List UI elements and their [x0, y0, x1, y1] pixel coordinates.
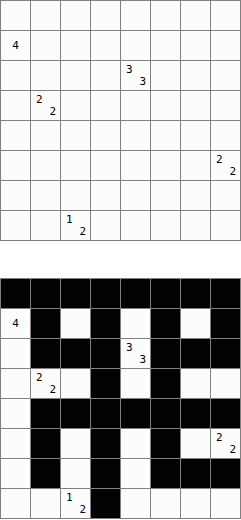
puzzle-cell-r5c0: [1, 151, 31, 181]
puzzle-cell-r4c3: [91, 121, 121, 151]
puzzle-cell-r3c0: [1, 91, 31, 121]
puzzle-cell-r5c3: [91, 151, 121, 181]
solution-cell-r2c3: [91, 339, 121, 369]
puzzle-cell-r3c6: [181, 91, 211, 121]
clue-number: 2: [79, 504, 86, 515]
puzzle-cell-r6c1: [31, 181, 61, 211]
solution-cell-r7c7: [211, 489, 241, 519]
solution-cell-r1c2: [61, 309, 91, 339]
solution-cell-r2c7: [211, 339, 241, 369]
puzzle-cell-r2c3: [91, 61, 121, 91]
puzzle-cell-r0c3: [91, 1, 121, 31]
solution-cell-r5c0: [1, 429, 31, 459]
clue-number: 3: [139, 354, 146, 365]
solution-cell-r2c6: [181, 339, 211, 369]
puzzle-cell-r4c4: [121, 121, 151, 151]
solution-cell-r6c4: [121, 459, 151, 489]
solution-cell-r0c5: [151, 279, 181, 309]
clue-number: 4: [1, 31, 30, 60]
tapa-puzzle-board: 433222212: [0, 0, 241, 241]
puzzle-cell-r0c6: [181, 1, 211, 31]
solution-cell-r6c1: [31, 459, 61, 489]
puzzle-cell-r6c3: [91, 181, 121, 211]
puzzle-cell-r7c1: [31, 211, 61, 241]
solution-cell-r4c1: [31, 399, 61, 429]
puzzle-cell-r4c7: [211, 121, 241, 151]
puzzle-cell-r7c0: [1, 211, 31, 241]
solution-cell-r0c6: [181, 279, 211, 309]
puzzle-cell-r1c3: [91, 31, 121, 61]
solution-cell-r1c6: [181, 309, 211, 339]
puzzle-cell-r3c5: [151, 91, 181, 121]
puzzle-cell-r2c0: [1, 61, 31, 91]
puzzle-cell-r0c5: [151, 1, 181, 31]
solution-cell-r1c7: [211, 309, 241, 339]
puzzle-cell-r0c7: [211, 1, 241, 31]
puzzle-cell-r1c4: [121, 31, 151, 61]
puzzle-cell-r6c2: [61, 181, 91, 211]
puzzle-cell-r3c7: [211, 91, 241, 121]
solution-cell-r7c3: [91, 489, 121, 519]
puzzle-cell-r0c4: [121, 1, 151, 31]
puzzle-cell-r7c2: 12: [61, 211, 91, 241]
puzzle-cell-r2c5: [151, 61, 181, 91]
solution-cell-r2c4: 33: [121, 339, 151, 369]
clue-number: 2: [49, 106, 56, 117]
tapa-page: 433222212 433222212: [0, 0, 241, 520]
clue-number: 4: [1, 309, 30, 338]
puzzle-cell-r3c3: [91, 91, 121, 121]
solution-cell-r7c4: [121, 489, 151, 519]
puzzle-cell-r0c1: [31, 1, 61, 31]
solution-cell-r1c1: [31, 309, 61, 339]
clue-number: 2: [49, 384, 56, 395]
solution-cell-r7c0: [1, 489, 31, 519]
puzzle-cell-r2c2: [61, 61, 91, 91]
solution-cell-r5c7: 22: [211, 429, 241, 459]
solution-cell-r0c7: [211, 279, 241, 309]
clue-number: 2: [36, 94, 43, 105]
puzzle-cell-r7c5: [151, 211, 181, 241]
clue-number: 1: [66, 214, 73, 225]
puzzle-cell-r0c0: [1, 1, 31, 31]
puzzle-cell-r7c4: [121, 211, 151, 241]
puzzle-cell-r3c1: 22: [31, 91, 61, 121]
solution-cell-r0c4: [121, 279, 151, 309]
solution-cell-r2c1: [31, 339, 61, 369]
solution-cell-r4c5: [151, 399, 181, 429]
solution-cell-r1c4: [121, 309, 151, 339]
puzzle-cell-r2c1: [31, 61, 61, 91]
solution-cell-r6c5: [151, 459, 181, 489]
solution-cell-r4c2: [61, 399, 91, 429]
puzzle-cell-r1c0: 4: [1, 31, 31, 61]
solution-cell-r3c2: [61, 369, 91, 399]
puzzle-cell-r5c4: [121, 151, 151, 181]
puzzle-cell-r4c5: [151, 121, 181, 151]
puzzle-cell-r6c7: [211, 181, 241, 211]
tapa-solution-board: 433222212: [0, 278, 241, 519]
clue-number: 2: [216, 432, 223, 443]
solution-cell-r7c6: [181, 489, 211, 519]
puzzle-cell-r5c1: [31, 151, 61, 181]
clue-number: 3: [139, 76, 146, 87]
puzzle-cell-r4c0: [1, 121, 31, 151]
solution-cell-r2c2: [61, 339, 91, 369]
puzzle-cell-r3c2: [61, 91, 91, 121]
solution-cell-r6c7: [211, 459, 241, 489]
solution-cell-r3c1: 22: [31, 369, 61, 399]
clue-number: 3: [126, 64, 133, 75]
puzzle-cell-r4c1: [31, 121, 61, 151]
clue-number: 3: [126, 342, 133, 353]
solution-cell-r2c0: [1, 339, 31, 369]
solution-cell-r6c6: [181, 459, 211, 489]
solution-cell-r3c4: [121, 369, 151, 399]
solution-cell-r6c2: [61, 459, 91, 489]
solution-cell-r5c4: [121, 429, 151, 459]
puzzle-cell-r6c5: [151, 181, 181, 211]
puzzle-cell-r1c2: [61, 31, 91, 61]
puzzle-cell-r4c6: [181, 121, 211, 151]
solution-cell-r7c5: [151, 489, 181, 519]
puzzle-cell-r1c7: [211, 31, 241, 61]
solution-cell-r4c3: [91, 399, 121, 429]
solution-cell-r5c3: [91, 429, 121, 459]
solution-cell-r4c6: [181, 399, 211, 429]
solution-cell-r0c0: [1, 279, 31, 309]
solution-cell-r5c6: [181, 429, 211, 459]
puzzle-cell-r2c6: [181, 61, 211, 91]
solution-cell-r4c7: [211, 399, 241, 429]
puzzle-cell-r6c4: [121, 181, 151, 211]
puzzle-cell-r1c1: [31, 31, 61, 61]
clue-number: 2: [36, 372, 43, 383]
solution-cell-r0c3: [91, 279, 121, 309]
puzzle-cell-r1c6: [181, 31, 211, 61]
puzzle-cell-r7c7: [211, 211, 241, 241]
solution-cell-r4c0: [1, 399, 31, 429]
puzzle-cell-r5c5: [151, 151, 181, 181]
solution-cell-r1c0: 4: [1, 309, 31, 339]
puzzle-cell-r4c2: [61, 121, 91, 151]
solution-cell-r0c1: [31, 279, 61, 309]
clue-number: 2: [229, 166, 236, 177]
puzzle-cell-r5c6: [181, 151, 211, 181]
solution-cell-r3c0: [1, 369, 31, 399]
puzzle-cell-r6c6: [181, 181, 211, 211]
clue-number: 2: [79, 226, 86, 237]
solution-cell-r7c2: 12: [61, 489, 91, 519]
puzzle-cell-r0c2: [61, 1, 91, 31]
solution-cell-r0c2: [61, 279, 91, 309]
puzzle-cell-r2c4: 33: [121, 61, 151, 91]
solution-cell-r5c5: [151, 429, 181, 459]
solution-cell-r2c5: [151, 339, 181, 369]
solution-cell-r5c1: [31, 429, 61, 459]
clue-number: 2: [216, 154, 223, 165]
puzzle-cell-r1c5: [151, 31, 181, 61]
solution-cell-r1c5: [151, 309, 181, 339]
solution-cell-r3c3: [91, 369, 121, 399]
solution-cell-r7c1: [31, 489, 61, 519]
puzzle-cell-r5c7: 22: [211, 151, 241, 181]
puzzle-cell-r2c7: [211, 61, 241, 91]
clue-number: 1: [66, 492, 73, 503]
solution-cell-r5c2: [61, 429, 91, 459]
puzzle-cell-r3c4: [121, 91, 151, 121]
solution-cell-r3c5: [151, 369, 181, 399]
puzzle-cell-r5c2: [61, 151, 91, 181]
puzzle-cell-r6c0: [1, 181, 31, 211]
solution-cell-r3c6: [181, 369, 211, 399]
solution-cell-r6c0: [1, 459, 31, 489]
solution-cell-r1c3: [91, 309, 121, 339]
solution-cell-r6c3: [91, 459, 121, 489]
puzzle-cell-r7c6: [181, 211, 211, 241]
solution-cell-r3c7: [211, 369, 241, 399]
puzzle-cell-r7c3: [91, 211, 121, 241]
clue-number: 2: [229, 444, 236, 455]
solution-cell-r4c4: [121, 399, 151, 429]
